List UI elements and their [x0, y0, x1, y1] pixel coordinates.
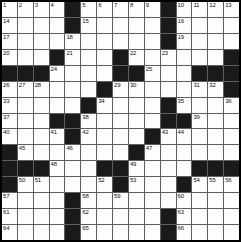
cell-r14-c9[interactable] [129, 209, 144, 224]
black-square-r4-c15 [224, 50, 239, 65]
cell-r2-c4[interactable] [50, 18, 65, 33]
cell-r10-c4[interactable] [50, 145, 65, 160]
clue-number: 4 [51, 2, 54, 9]
black-square-r12-c12 [177, 177, 192, 192]
cell-r1-c3[interactable]: 3 [34, 2, 49, 17]
cell-r5-c4[interactable]: 24 [50, 66, 65, 81]
clue-number: 19 [178, 34, 184, 41]
cell-r8-c6[interactable]: 38 [81, 114, 96, 129]
clue-number: 12 [209, 2, 215, 9]
cell-r7-c7[interactable]: 34 [97, 98, 112, 113]
cell-r2-c14[interactable] [208, 18, 223, 33]
clue-number: 9 [146, 2, 149, 9]
cell-r12-c3[interactable]: 51 [34, 177, 49, 192]
clue-number: 40 [3, 129, 9, 136]
cell-r3-c4[interactable] [50, 34, 65, 49]
black-square-r8-c4 [50, 114, 65, 129]
clue-number: 36 [225, 98, 231, 105]
cell-r12-c9[interactable]: 53 [129, 177, 144, 192]
cell-r6-c8[interactable]: 29 [113, 82, 128, 97]
cell-r14-c8[interactable] [113, 209, 128, 224]
cell-r11-c10[interactable] [145, 161, 160, 176]
clue-number: 62 [82, 209, 88, 216]
black-square-r8-c11 [161, 114, 176, 129]
clue-number: 47 [146, 145, 152, 152]
black-square-r5-c9 [129, 66, 144, 81]
cell-r13-c15[interactable] [224, 193, 239, 208]
cell-r7-c1[interactable]: 33 [2, 98, 17, 113]
cell-r13-c8[interactable]: 59 [113, 193, 128, 208]
crossword-board: 1234567891011121314151617181920212223242… [0, 0, 241, 242]
cell-r3-c2[interactable] [18, 34, 33, 49]
clue-number: 24 [51, 66, 57, 73]
clue-number: 8 [130, 2, 133, 9]
cell-r4-c12[interactable] [177, 50, 192, 65]
cell-r9-c1[interactable]: 40 [2, 129, 17, 144]
cell-r1-c7[interactable]: 6 [97, 2, 112, 17]
cell-r2-c2[interactable] [18, 18, 33, 33]
cell-r15-c1[interactable]: 64 [2, 225, 17, 240]
cell-r8-c14[interactable] [208, 114, 223, 129]
clue-number: 3 [35, 2, 38, 9]
cell-r4-c11[interactable]: 23 [161, 50, 176, 65]
cell-r15-c12[interactable]: 66 [177, 225, 192, 240]
cell-r11-c4[interactable]: 48 [50, 161, 65, 176]
cell-r3-c1[interactable]: 17 [2, 34, 17, 49]
cell-r2-c6[interactable]: 15 [81, 18, 96, 33]
clue-number: 39 [193, 114, 199, 121]
cell-r14-c2[interactable] [18, 209, 33, 224]
clue-number: 34 [98, 98, 104, 105]
clue-number: 29 [114, 82, 120, 89]
cell-r1-c8[interactable]: 7 [113, 2, 128, 17]
clue-number: 7 [114, 2, 117, 9]
cell-r3-c3[interactable] [34, 34, 49, 49]
cell-r15-c4[interactable] [50, 225, 65, 240]
cell-r6-c1[interactable]: 26 [2, 82, 17, 97]
cell-r13-c9[interactable] [129, 193, 144, 208]
cell-r6-c9[interactable]: 30 [129, 82, 144, 97]
cell-r14-c15[interactable] [224, 209, 239, 224]
clue-number: 32 [209, 82, 215, 89]
cell-r2-c1[interactable]: 14 [2, 18, 17, 33]
cell-r4-c13[interactable] [192, 50, 207, 65]
cell-r1-c14[interactable]: 12 [208, 2, 223, 17]
cell-r8-c13[interactable]: 39 [192, 114, 207, 129]
cell-r14-c14[interactable] [208, 209, 223, 224]
black-square-r13-c5 [65, 193, 80, 208]
clue-number: 48 [51, 161, 57, 168]
cell-r9-c14[interactable] [208, 129, 223, 144]
clue-number: 59 [114, 193, 120, 200]
black-square-r4-c4 [50, 50, 65, 65]
clue-number: 60 [178, 193, 184, 200]
cell-r6-c13[interactable]: 31 [192, 82, 207, 97]
clue-number: 15 [82, 18, 88, 25]
cell-r1-c2[interactable]: 2 [18, 2, 33, 17]
clue-number: 2 [19, 2, 22, 9]
cell-r4-c1[interactable]: 20 [2, 50, 17, 65]
cell-r12-c7[interactable]: 52 [97, 177, 112, 192]
cell-r12-c10[interactable] [145, 177, 160, 192]
cell-r10-c2[interactable]: 45 [18, 145, 33, 160]
cell-r14-c7[interactable] [97, 209, 112, 224]
cell-r13-c2[interactable] [18, 193, 33, 208]
cell-r15-c10[interactable] [145, 225, 160, 240]
clue-number: 16 [178, 18, 184, 25]
clue-number: 6 [98, 2, 101, 9]
cell-r15-c2[interactable] [18, 225, 33, 240]
cell-r10-c8[interactable] [113, 145, 128, 160]
cell-r7-c12[interactable]: 35 [177, 98, 192, 113]
clue-number: 41 [51, 129, 57, 136]
cell-r3-c15[interactable] [224, 34, 239, 49]
cell-r5-c6[interactable] [81, 66, 96, 81]
cell-r8-c3[interactable] [34, 114, 49, 129]
cell-r14-c13[interactable] [192, 209, 207, 224]
cell-r7-c14[interactable] [208, 98, 223, 113]
cell-r6-c10[interactable] [145, 82, 160, 97]
black-square-r8-c12 [177, 114, 192, 129]
cell-r4-c14[interactable] [208, 50, 223, 65]
black-square-r11-c15 [224, 161, 239, 176]
cell-r7-c8[interactable] [113, 98, 128, 113]
cell-r1-c15[interactable]: 13 [224, 2, 239, 17]
cell-r13-c12[interactable]: 60 [177, 193, 192, 208]
cell-r4-c5[interactable]: 21 [65, 50, 80, 65]
black-square-r9-c5 [65, 129, 80, 144]
clue-number: 45 [19, 145, 25, 152]
clue-number: 65 [82, 225, 88, 232]
clue-number: 52 [98, 177, 104, 184]
cell-r8-c9[interactable] [129, 114, 144, 129]
cell-r12-c15[interactable]: 56 [224, 177, 239, 192]
cell-r13-c4[interactable] [50, 193, 65, 208]
cell-r7-c13[interactable] [192, 98, 207, 113]
clue-number: 30 [130, 82, 136, 89]
cell-r10-c14[interactable] [208, 145, 223, 160]
cell-r1-c4[interactable]: 4 [50, 2, 65, 17]
cell-r10-c10[interactable]: 47 [145, 145, 160, 160]
clue-number: 5 [82, 2, 85, 9]
cell-r15-c6[interactable]: 65 [81, 225, 96, 240]
cell-r10-c13[interactable] [192, 145, 207, 160]
cell-r6-c2[interactable]: 27 [18, 82, 33, 97]
black-square-r5-c8 [113, 66, 128, 81]
cell-r4-c3[interactable] [34, 50, 49, 65]
cell-r4-c2[interactable] [18, 50, 33, 65]
black-square-r1-c5 [65, 2, 80, 17]
cell-r9-c12[interactable]: 44 [177, 129, 192, 144]
clue-number: 58 [82, 193, 88, 200]
cell-r12-c2[interactable]: 50 [18, 177, 33, 192]
cell-r9-c3[interactable] [34, 129, 49, 144]
black-square-r5-c3 [34, 66, 49, 81]
clue-number: 57 [3, 193, 9, 200]
cell-r12-c4[interactable] [50, 177, 65, 192]
cell-r3-c8[interactable] [113, 34, 128, 49]
cell-r13-c1[interactable]: 57 [2, 193, 17, 208]
cell-r14-c3[interactable] [34, 209, 49, 224]
cell-r10-c12[interactable] [177, 145, 192, 160]
clue-number: 1 [3, 2, 6, 9]
clue-number: 33 [3, 98, 9, 105]
clue-number: 43 [162, 129, 168, 136]
cell-r3-c9[interactable] [129, 34, 144, 49]
black-square-r15-c5 [65, 225, 80, 240]
cell-r12-c13[interactable]: 54 [192, 177, 207, 192]
cell-r7-c5[interactable] [65, 98, 80, 113]
cell-r2-c8[interactable] [113, 18, 128, 33]
cell-r15-c15[interactable] [224, 225, 239, 240]
clue-number: 10 [178, 2, 184, 9]
black-square-r15-c11 [161, 225, 176, 240]
cell-r11-c5[interactable] [65, 161, 80, 176]
cell-r15-c13[interactable] [192, 225, 207, 240]
clue-number: 13 [225, 2, 231, 9]
cell-r2-c12[interactable]: 16 [177, 18, 192, 33]
black-square-r12-c1 [2, 177, 17, 192]
black-square-r2-c11 [161, 18, 176, 33]
cell-r9-c9[interactable] [129, 129, 144, 144]
cell-r11-c12[interactable] [177, 161, 192, 176]
clue-number: 31 [193, 82, 199, 89]
cell-r15-c3[interactable] [34, 225, 49, 240]
cell-r15-c14[interactable] [208, 225, 223, 240]
cell-r15-c7[interactable] [97, 225, 112, 240]
black-square-r7-c11 [161, 98, 176, 113]
cell-r8-c2[interactable] [18, 114, 33, 129]
cell-r7-c10[interactable] [145, 98, 160, 113]
black-square-r11-c1 [2, 161, 17, 176]
clue-number: 27 [19, 82, 25, 89]
cell-r13-c7[interactable] [97, 193, 112, 208]
clue-number: 49 [130, 161, 136, 168]
cell-r3-c7[interactable] [97, 34, 112, 49]
cell-r3-c10[interactable] [145, 34, 160, 49]
cell-r2-c15[interactable] [224, 18, 239, 33]
black-square-r4-c8 [113, 50, 128, 65]
clue-number: 55 [209, 177, 215, 184]
clue-number: 54 [193, 177, 199, 184]
cell-r6-c6[interactable] [81, 82, 96, 97]
clue-number: 51 [35, 177, 41, 184]
black-square-r10-c9 [129, 145, 144, 160]
black-square-r5-c15 [224, 66, 239, 81]
black-square-r11-c13 [192, 161, 207, 176]
cell-r10-c7[interactable] [97, 145, 112, 160]
cell-r9-c13[interactable] [192, 129, 207, 144]
cell-r8-c8[interactable] [113, 114, 128, 129]
cell-r9-c4[interactable]: 41 [50, 129, 65, 144]
cell-r1-c13[interactable]: 11 [192, 2, 207, 17]
black-square-r11-c3 [34, 161, 49, 176]
cell-r13-c14[interactable] [208, 193, 223, 208]
black-square-r5-c2 [18, 66, 33, 81]
clue-number: 14 [3, 18, 9, 25]
black-square-r11-c7 [97, 161, 112, 176]
cell-r12-c11[interactable] [161, 177, 176, 192]
cell-r9-c8[interactable] [113, 129, 128, 144]
clue-number: 37 [3, 114, 9, 121]
cell-r10-c6[interactable] [81, 145, 96, 160]
cell-r10-c11[interactable] [161, 145, 176, 160]
cell-r8-c7[interactable] [97, 114, 112, 129]
cell-r15-c9[interactable] [129, 225, 144, 240]
cell-r5-c7[interactable] [97, 66, 112, 81]
black-square-r12-c8 [113, 177, 128, 192]
cell-r2-c13[interactable] [192, 18, 207, 33]
cell-r1-c12[interactable]: 10 [177, 2, 192, 17]
black-square-r11-c2 [18, 161, 33, 176]
black-square-r14-c5 [65, 209, 80, 224]
cell-r4-c6[interactable] [81, 50, 96, 65]
clue-number: 21 [66, 50, 72, 57]
clue-number: 23 [162, 50, 168, 57]
cell-r15-c8[interactable] [113, 225, 128, 240]
cell-r7-c4[interactable] [50, 98, 65, 113]
clue-number: 44 [178, 129, 184, 136]
clue-number: 61 [3, 209, 9, 216]
cell-r14-c12[interactable]: 63 [177, 209, 192, 224]
cell-r14-c1[interactable]: 61 [2, 209, 17, 224]
clue-number: 53 [130, 177, 136, 184]
cell-r2-c7[interactable] [97, 18, 112, 33]
cell-r11-c6[interactable] [81, 161, 96, 176]
cell-r9-c11[interactable]: 43 [161, 129, 176, 144]
cell-r5-c12[interactable] [177, 66, 192, 81]
cell-r14-c6[interactable]: 62 [81, 209, 96, 224]
cell-r9-c15[interactable] [224, 129, 239, 144]
clue-number: 17 [3, 34, 9, 41]
cell-r7-c9[interactable] [129, 98, 144, 113]
black-square-r6-c15 [224, 82, 239, 97]
clue-number: 26 [3, 82, 9, 89]
black-square-r5-c14 [208, 66, 223, 81]
cell-r4-c7[interactable] [97, 50, 112, 65]
cell-r13-c13[interactable] [192, 193, 207, 208]
clue-number: 56 [225, 177, 231, 184]
black-square-r7-c6 [81, 98, 96, 113]
clue-number: 22 [130, 50, 136, 57]
cell-r9-c7[interactable] [97, 129, 112, 144]
cell-r13-c3[interactable] [34, 193, 49, 208]
cell-r7-c3[interactable] [34, 98, 49, 113]
cell-r3-c14[interactable] [208, 34, 223, 49]
black-square-r6-c7 [97, 82, 112, 97]
clue-number: 42 [82, 129, 88, 136]
black-square-r11-c14 [208, 161, 223, 176]
clue-number: 18 [66, 34, 72, 41]
cell-r3-c12[interactable]: 19 [177, 34, 192, 49]
black-square-r14-c11 [161, 209, 176, 224]
cell-r13-c6[interactable]: 58 [81, 193, 96, 208]
cell-r2-c9[interactable] [129, 18, 144, 33]
cell-r3-c5[interactable]: 18 [65, 34, 80, 49]
cell-r4-c9[interactable]: 22 [129, 50, 144, 65]
cell-r1-c10[interactable]: 9 [145, 2, 160, 17]
cell-r2-c3[interactable] [34, 18, 49, 33]
cell-r8-c15[interactable] [224, 114, 239, 129]
clue-number: 38 [82, 114, 88, 121]
clue-number: 66 [178, 225, 184, 232]
black-square-r10-c1 [2, 145, 17, 160]
clue-number: 28 [35, 82, 41, 89]
cell-r12-c5[interactable] [65, 177, 80, 192]
black-square-r9-c10 [145, 129, 160, 144]
black-square-r3-c11 [161, 34, 176, 49]
cell-r2-c10[interactable] [145, 18, 160, 33]
cell-r1-c1[interactable]: 1 [2, 2, 17, 17]
cell-r6-c4[interactable] [50, 82, 65, 97]
cell-r7-c15[interactable]: 36 [224, 98, 239, 113]
cell-r11-c9[interactable]: 49 [129, 161, 144, 176]
cell-r6-c11[interactable] [161, 82, 176, 97]
cell-r10-c5[interactable]: 46 [65, 145, 80, 160]
cell-r5-c10[interactable]: 25 [145, 66, 160, 81]
cell-r10-c15[interactable] [224, 145, 239, 160]
clue-number: 11 [193, 2, 199, 9]
cell-r14-c10[interactable] [145, 209, 160, 224]
cell-r3-c13[interactable] [192, 34, 207, 49]
clue-number: 20 [3, 50, 9, 57]
cell-r4-c10[interactable] [145, 50, 160, 65]
black-square-r8-c5 [65, 114, 80, 129]
clue-number: 64 [3, 225, 9, 232]
clue-number: 46 [66, 145, 72, 152]
cell-r1-c9[interactable]: 8 [129, 2, 144, 17]
clue-number: 35 [178, 98, 184, 105]
clue-number: 63 [178, 209, 184, 216]
clue-number: 50 [19, 177, 25, 184]
black-square-r5-c1 [2, 66, 17, 81]
cell-r9-c6[interactable]: 42 [81, 129, 96, 144]
cell-r5-c5[interactable] [65, 66, 80, 81]
black-square-r1-c11 [161, 2, 176, 17]
cell-r13-c10[interactable] [145, 193, 160, 208]
clue-number: 25 [146, 66, 152, 73]
cell-r7-c2[interactable] [18, 98, 33, 113]
cell-r6-c3[interactable]: 28 [34, 82, 49, 97]
black-square-r11-c8 [113, 161, 128, 176]
cell-r10-c3[interactable] [34, 145, 49, 160]
cell-r13-c11[interactable] [161, 193, 176, 208]
cell-r11-c11[interactable] [161, 161, 176, 176]
cell-r6-c12[interactable] [177, 82, 192, 97]
cell-r6-c5[interactable] [65, 82, 80, 97]
cell-r5-c11[interactable] [161, 66, 176, 81]
cell-r6-c14[interactable]: 32 [208, 82, 223, 97]
cell-r14-c4[interactable] [50, 209, 65, 224]
black-square-r5-c13 [192, 66, 207, 81]
cell-r8-c10[interactable] [145, 114, 160, 129]
black-square-r2-c5 [65, 18, 80, 33]
cell-r3-c6[interactable] [81, 34, 96, 49]
cell-r9-c2[interactable] [18, 129, 33, 144]
cell-r8-c1[interactable]: 37 [2, 114, 17, 129]
cell-r1-c6[interactable]: 5 [81, 2, 96, 17]
cell-r12-c6[interactable] [81, 177, 96, 192]
cell-r12-c14[interactable]: 55 [208, 177, 223, 192]
